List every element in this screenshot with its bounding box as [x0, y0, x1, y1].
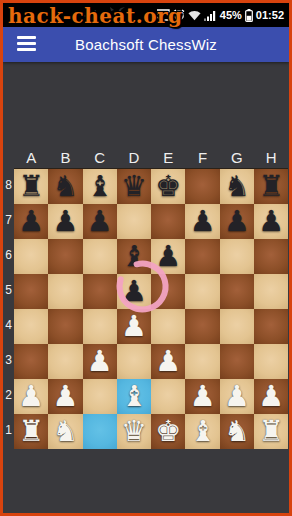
square-g6[interactable] — [220, 239, 254, 274]
piece-black-pawn[interactable]: ♟ — [155, 239, 181, 274]
square-g8[interactable]: ♞ — [220, 169, 254, 204]
piece-black-pawn[interactable]: ♟ — [190, 204, 216, 239]
square-h7[interactable]: ♟ — [254, 204, 288, 239]
square-h5[interactable] — [254, 274, 288, 309]
file-label-h: H — [254, 148, 288, 168]
piece-black-bishop[interactable]: ♝ — [87, 169, 113, 204]
square-c7[interactable]: ♟ — [83, 204, 117, 239]
square-g3[interactable] — [220, 344, 254, 379]
square-c4[interactable] — [83, 309, 117, 344]
square-c8[interactable]: ♝ — [83, 169, 117, 204]
clock-text: 01:52 — [256, 3, 284, 27]
square-e1[interactable]: ♚ — [151, 414, 185, 449]
rank-label-3: 3 — [3, 343, 14, 378]
watermark-text: hack-cheat.org — [8, 4, 183, 28]
piece-black-pawn[interactable]: ♟ — [258, 204, 284, 239]
file-label-d: D — [117, 148, 151, 168]
piece-white-pawn[interactable]: ♟ — [224, 379, 250, 414]
piece-white-pawn[interactable]: ♟ — [87, 344, 113, 379]
square-b4[interactable] — [48, 309, 82, 344]
piece-white-knight[interactable]: ♞ — [52, 414, 78, 449]
square-d8[interactable]: ♛ — [117, 169, 151, 204]
square-a6[interactable] — [14, 239, 48, 274]
square-f6[interactable] — [185, 239, 219, 274]
square-e8[interactable]: ♚ — [151, 169, 185, 204]
piece-black-pawn[interactable]: ♟ — [87, 204, 113, 239]
rank-label-6: 6 — [3, 238, 14, 273]
rank-label-1: 1 — [3, 413, 14, 448]
square-g4[interactable] — [220, 309, 254, 344]
rank-label-4: 4 — [3, 308, 14, 343]
piece-white-king[interactable]: ♚ — [155, 414, 181, 449]
chess-board: ♜♞♝♛♚♞♜♟♟♟♟♟♟♝♟♟♟♟♟♟♟♝♟♟♟♜♞♛♚♝♞♜ — [14, 168, 288, 449]
rank-label-7: 7 — [3, 203, 14, 238]
square-e7[interactable] — [151, 204, 185, 239]
piece-black-pawn[interactable]: ♟ — [18, 204, 44, 239]
square-b6[interactable] — [48, 239, 82, 274]
piece-white-pawn[interactable]: ♟ — [52, 379, 78, 414]
rank-label-2: 2 — [3, 378, 14, 413]
square-c5[interactable] — [83, 274, 117, 309]
piece-white-rook[interactable]: ♜ — [258, 414, 284, 449]
square-d6[interactable]: ♝ — [117, 239, 151, 274]
square-h2[interactable]: ♟ — [254, 379, 288, 414]
piece-black-rook[interactable]: ♜ — [258, 169, 284, 204]
square-d1[interactable]: ♛ — [117, 414, 151, 449]
piece-black-knight[interactable]: ♞ — [52, 169, 78, 204]
piece-white-pawn[interactable]: ♟ — [18, 379, 44, 414]
square-a1[interactable]: ♜ — [14, 414, 48, 449]
square-h4[interactable] — [254, 309, 288, 344]
square-a2[interactable]: ♟ — [14, 379, 48, 414]
piece-black-king[interactable]: ♚ — [155, 169, 181, 204]
battery-percent-text: 45% — [220, 3, 242, 27]
square-b8[interactable]: ♞ — [48, 169, 82, 204]
square-d2[interactable]: ♝ — [117, 379, 151, 414]
square-g7[interactable]: ♟ — [220, 204, 254, 239]
file-label-b: B — [48, 148, 82, 168]
square-b3[interactable] — [48, 344, 82, 379]
square-h1[interactable]: ♜ — [254, 414, 288, 449]
piece-black-queen[interactable]: ♛ — [121, 169, 147, 204]
square-a5[interactable] — [14, 274, 48, 309]
square-f8[interactable] — [185, 169, 219, 204]
square-f4[interactable] — [185, 309, 219, 344]
file-labels: ABCDEFGH — [14, 148, 289, 168]
square-f1[interactable]: ♝ — [185, 414, 219, 449]
piece-white-knight[interactable]: ♞ — [224, 414, 250, 449]
square-a4[interactable] — [14, 309, 48, 344]
square-d7[interactable] — [117, 204, 151, 239]
square-a7[interactable]: ♟ — [14, 204, 48, 239]
status-bar: hack-cheat.org 45% 01:52 — [3, 3, 289, 27]
square-e3[interactable]: ♟ — [151, 344, 185, 379]
square-h6[interactable] — [254, 239, 288, 274]
rank-labels: 87654321 — [3, 168, 14, 449]
square-b1[interactable]: ♞ — [48, 414, 82, 449]
piece-black-pawn[interactable]: ♟ — [121, 274, 147, 309]
square-a3[interactable] — [14, 344, 48, 379]
square-b2[interactable]: ♟ — [48, 379, 82, 414]
piece-white-rook[interactable]: ♜ — [18, 414, 44, 449]
square-f3[interactable] — [185, 344, 219, 379]
file-label-g: G — [220, 148, 254, 168]
piece-white-pawn[interactable]: ♟ — [155, 344, 181, 379]
piece-black-knight[interactable]: ♞ — [224, 169, 250, 204]
app-title: Boachsoft ChessWiz — [75, 36, 217, 53]
piece-black-pawn[interactable]: ♟ — [224, 204, 250, 239]
square-c1[interactable] — [83, 414, 117, 449]
content-spacer — [3, 62, 289, 148]
square-c2[interactable] — [83, 379, 117, 414]
piece-black-bishop[interactable]: ♝ — [121, 239, 147, 274]
piece-black-pawn[interactable]: ♟ — [52, 204, 78, 239]
piece-white-bishop[interactable]: ♝ — [190, 414, 216, 449]
square-e6[interactable]: ♟ — [151, 239, 185, 274]
square-f7[interactable]: ♟ — [185, 204, 219, 239]
hamburger-menu-icon[interactable] — [17, 36, 36, 54]
app-header: Boachsoft ChessWiz — [3, 27, 289, 62]
file-label-e: E — [151, 148, 185, 168]
square-d4[interactable]: ♟ — [117, 309, 151, 344]
square-g5[interactable] — [220, 274, 254, 309]
square-f2[interactable]: ♟ — [185, 379, 219, 414]
signal-icon — [204, 9, 217, 21]
square-d3[interactable] — [117, 344, 151, 379]
square-b7[interactable]: ♟ — [48, 204, 82, 239]
rank-label-5: 5 — [3, 273, 14, 308]
square-a8[interactable]: ♜ — [14, 169, 48, 204]
piece-white-pawn[interactable]: ♟ — [121, 309, 147, 344]
battery-icon — [245, 9, 253, 22]
square-h8[interactable]: ♜ — [254, 169, 288, 204]
square-c6[interactable] — [83, 239, 117, 274]
file-label-f: F — [185, 148, 219, 168]
square-b5[interactable] — [48, 274, 82, 309]
square-e5[interactable] — [151, 274, 185, 309]
file-label-a: A — [14, 148, 48, 168]
piece-white-queen[interactable]: ♛ — [121, 414, 147, 449]
wifi-icon — [188, 10, 201, 21]
piece-white-pawn[interactable]: ♟ — [258, 379, 284, 414]
square-g1[interactable]: ♞ — [220, 414, 254, 449]
square-g2[interactable]: ♟ — [220, 379, 254, 414]
square-e2[interactable] — [151, 379, 185, 414]
piece-black-rook[interactable]: ♜ — [18, 169, 44, 204]
square-d5[interactable]: ♟ — [117, 274, 151, 309]
piece-white-bishop[interactable]: ♝ — [121, 379, 147, 414]
square-e4[interactable] — [151, 309, 185, 344]
rank-label-8: 8 — [3, 168, 14, 203]
square-c3[interactable]: ♟ — [83, 344, 117, 379]
piece-white-pawn[interactable]: ♟ — [190, 379, 216, 414]
file-label-c: C — [83, 148, 117, 168]
square-h3[interactable] — [254, 344, 288, 379]
square-f5[interactable] — [185, 274, 219, 309]
app-screen: hack-cheat.org 45% 01:52 Boachsoft Chess… — [0, 0, 292, 516]
